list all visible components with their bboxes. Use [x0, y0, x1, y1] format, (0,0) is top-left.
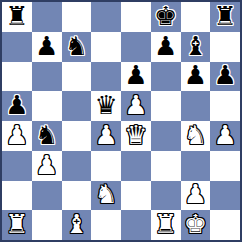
square-b1[interactable] [32, 210, 62, 240]
square-e8[interactable] [121, 2, 151, 32]
white-rook-a1: ♜ [5, 211, 28, 237]
square-d5[interactable]: ♛ [91, 91, 121, 121]
square-b4[interactable]: ♞ [32, 121, 62, 151]
square-a4[interactable]: ♟ [2, 121, 32, 151]
square-e2[interactable] [121, 181, 151, 211]
square-e4[interactable]: ♛ [121, 121, 151, 151]
square-b2[interactable] [32, 181, 62, 211]
square-e6[interactable]: ♟ [121, 62, 151, 92]
square-g5[interactable] [181, 91, 211, 121]
square-g2[interactable]: ♟ [181, 181, 211, 211]
square-h2[interactable] [210, 181, 240, 211]
square-e1[interactable] [121, 210, 151, 240]
white-pawn-a4: ♟ [5, 122, 28, 148]
square-g7[interactable]: ♝ [181, 32, 211, 62]
black-pawn-f7: ♟ [154, 33, 177, 59]
square-e3[interactable] [121, 151, 151, 181]
black-pawn-h6: ♟ [213, 62, 236, 88]
square-d1[interactable] [91, 210, 121, 240]
square-a6[interactable] [2, 62, 32, 92]
square-a8[interactable]: ♜ [2, 2, 32, 32]
black-rook-a8: ♜ [5, 3, 28, 29]
square-g6[interactable]: ♟ [181, 62, 211, 92]
square-a1[interactable]: ♜ [2, 210, 32, 240]
square-d3[interactable] [91, 151, 121, 181]
square-a3[interactable] [2, 151, 32, 181]
square-g3[interactable] [181, 151, 211, 181]
square-c6[interactable] [62, 62, 92, 92]
square-c2[interactable] [62, 181, 92, 211]
square-h4[interactable]: ♟ [210, 121, 240, 151]
square-f2[interactable] [151, 181, 181, 211]
square-e7[interactable] [121, 32, 151, 62]
square-f5[interactable] [151, 91, 181, 121]
square-b7[interactable]: ♟ [32, 32, 62, 62]
white-pawn-b3: ♟ [35, 152, 58, 178]
square-b6[interactable] [32, 62, 62, 92]
black-pawn-a5: ♟ [5, 92, 28, 118]
square-d8[interactable] [91, 2, 121, 32]
white-pawn-e5: ♟ [124, 92, 147, 118]
chess-board: ♜♚♜♟♞♟♝♟♟♟♟♛♟♟♞♟♛♞♟♟♞♟♜♝♜♚ [0, 0, 242, 242]
black-pawn-g6: ♟ [184, 62, 207, 88]
white-knight-d2: ♞ [94, 181, 117, 207]
square-g8[interactable] [181, 2, 211, 32]
square-h7[interactable] [210, 32, 240, 62]
square-d4[interactable]: ♟ [91, 121, 121, 151]
square-a7[interactable] [2, 32, 32, 62]
black-queen-d5: ♛ [94, 92, 117, 118]
square-f3[interactable] [151, 151, 181, 181]
square-d2[interactable]: ♞ [91, 181, 121, 211]
white-queen-e4: ♛ [124, 122, 147, 148]
black-knight-c7: ♞ [65, 33, 88, 59]
white-bishop-c1: ♝ [65, 211, 88, 237]
black-king-f8: ♚ [154, 3, 177, 29]
square-f7[interactable]: ♟ [151, 32, 181, 62]
square-a2[interactable] [2, 181, 32, 211]
black-rook-h8: ♜ [213, 3, 236, 29]
square-b5[interactable] [32, 91, 62, 121]
square-h5[interactable] [210, 91, 240, 121]
square-g1[interactable]: ♚ [181, 210, 211, 240]
square-c5[interactable] [62, 91, 92, 121]
white-pawn-g2: ♟ [184, 181, 207, 207]
white-pawn-d4: ♟ [94, 122, 117, 148]
black-knight-b4: ♞ [35, 122, 58, 148]
square-b3[interactable]: ♟ [32, 151, 62, 181]
square-b8[interactable] [32, 2, 62, 32]
white-king-g1: ♚ [184, 211, 207, 237]
black-pawn-b7: ♟ [35, 33, 58, 59]
square-h6[interactable]: ♟ [210, 62, 240, 92]
black-bishop-g7: ♝ [184, 33, 207, 59]
square-f8[interactable]: ♚ [151, 2, 181, 32]
white-pawn-h4: ♟ [213, 122, 236, 148]
square-c7[interactable]: ♞ [62, 32, 92, 62]
square-c8[interactable] [62, 2, 92, 32]
square-h8[interactable]: ♜ [210, 2, 240, 32]
white-knight-g4: ♞ [184, 122, 207, 148]
square-d7[interactable] [91, 32, 121, 62]
square-c3[interactable] [62, 151, 92, 181]
square-c4[interactable] [62, 121, 92, 151]
square-h1[interactable] [210, 210, 240, 240]
square-f1[interactable]: ♜ [151, 210, 181, 240]
white-rook-f1: ♜ [154, 211, 177, 237]
square-h3[interactable] [210, 151, 240, 181]
square-f6[interactable] [151, 62, 181, 92]
square-f4[interactable] [151, 121, 181, 151]
square-a5[interactable]: ♟ [2, 91, 32, 121]
square-d6[interactable] [91, 62, 121, 92]
square-c1[interactable]: ♝ [62, 210, 92, 240]
square-e5[interactable]: ♟ [121, 91, 151, 121]
black-pawn-e6: ♟ [124, 62, 147, 88]
square-g4[interactable]: ♞ [181, 121, 211, 151]
